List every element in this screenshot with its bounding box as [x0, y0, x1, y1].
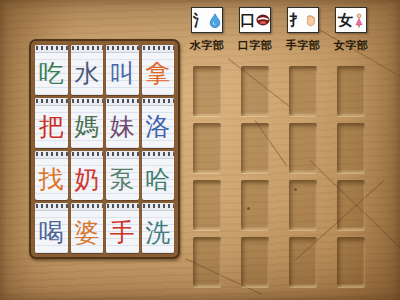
category-slot[interactable] [241, 237, 269, 287]
character-card[interactable]: 吃 [35, 45, 68, 95]
category-slot[interactable] [193, 123, 221, 173]
category-slot[interactable] [193, 237, 221, 287]
character-card[interactable]: 哈 [142, 151, 175, 201]
spiral-binding-icon [71, 45, 104, 53]
category-woman: 女 女字部 [327, 7, 375, 287]
card-character: 水 [74, 61, 99, 86]
spiral-binding-icon [71, 203, 104, 211]
radical-char: 氵 [193, 13, 208, 28]
category-image-woman: 女 [335, 7, 367, 33]
category-slots [193, 66, 221, 287]
card-character: 找 [39, 167, 64, 192]
category-water: 氵 水字部 [183, 7, 231, 287]
category-slot[interactable] [337, 237, 365, 287]
game-stage: 吃 水 叫 拿 把 媽 妹 洛 找 奶 泵 哈 喝 婆 手 洗 氵 水字部 [0, 0, 400, 300]
category-label: 女字部 [334, 38, 369, 53]
character-card[interactable]: 泵 [106, 151, 139, 201]
category-slots [289, 66, 317, 287]
category-image-water: 氵 [191, 7, 223, 33]
character-card[interactable]: 奶 [71, 151, 104, 201]
spiral-binding-icon [106, 203, 139, 211]
character-card[interactable]: 拿 [142, 45, 175, 95]
category-slot[interactable] [337, 66, 365, 116]
character-card[interactable]: 把 [35, 98, 68, 148]
category-slots [241, 66, 269, 287]
spiral-binding-icon [35, 98, 68, 106]
character-card[interactable]: 洗 [142, 203, 175, 253]
hand-palm-icon [305, 13, 317, 28]
character-card[interactable]: 找 [35, 151, 68, 201]
spiral-binding-icon [71, 98, 104, 106]
category-slot[interactable] [337, 123, 365, 173]
character-card[interactable]: 喝 [35, 203, 68, 253]
radical-char: 女 [338, 13, 353, 28]
spiral-binding-icon [142, 45, 175, 53]
card-character: 拿 [145, 61, 170, 86]
category-mouth: 口 口字部 [231, 7, 279, 287]
open-mouth-icon [256, 14, 270, 26]
spiral-binding-icon [106, 98, 139, 106]
category-slot[interactable] [241, 123, 269, 173]
spiral-binding-icon [106, 45, 139, 53]
category-slot[interactable] [289, 123, 317, 173]
category-label: 水字部 [190, 38, 225, 53]
spiral-binding-icon [142, 203, 175, 211]
radical-char: 口 [240, 13, 255, 28]
card-character: 媽 [74, 114, 99, 139]
character-card[interactable]: 媽 [71, 98, 104, 148]
spiral-binding-icon [142, 151, 175, 159]
category-image-hand: 扌 [287, 7, 319, 33]
character-card[interactable]: 洛 [142, 98, 175, 148]
category-slot[interactable] [241, 66, 269, 116]
card-character: 把 [39, 114, 64, 139]
category-slot[interactable] [193, 180, 221, 230]
category-slots [337, 66, 365, 287]
card-character: 吃 [39, 61, 64, 86]
card-character: 哈 [145, 167, 170, 192]
category-label: 口字部 [238, 38, 273, 53]
category-slot[interactable] [289, 180, 317, 230]
card-character: 婆 [74, 220, 99, 245]
spiral-binding-icon [71, 151, 104, 159]
character-card[interactable]: 妹 [106, 98, 139, 148]
category-slot[interactable] [193, 66, 221, 116]
card-character: 叫 [110, 61, 135, 86]
character-card[interactable]: 手 [106, 203, 139, 253]
spiral-binding-icon [35, 203, 68, 211]
spiral-binding-icon [142, 98, 175, 106]
character-card[interactable]: 婆 [71, 203, 104, 253]
spiral-binding-icon [35, 45, 68, 53]
character-card[interactable]: 叫 [106, 45, 139, 95]
category-slot[interactable] [289, 66, 317, 116]
card-character: 泵 [110, 167, 135, 192]
card-tray: 吃 水 叫 拿 把 媽 妹 洛 找 奶 泵 哈 喝 婆 手 洗 [29, 39, 180, 259]
card-character: 喝 [39, 220, 64, 245]
category-slot[interactable] [241, 180, 269, 230]
card-character: 洛 [145, 114, 170, 139]
spiral-binding-icon [106, 151, 139, 159]
card-character: 妹 [110, 114, 135, 139]
card-character: 奶 [74, 167, 99, 192]
radical-char: 扌 [289, 13, 304, 28]
category-slot[interactable] [289, 237, 317, 287]
card-character: 手 [110, 220, 135, 245]
character-card[interactable]: 水 [71, 45, 104, 95]
card-character: 洗 [145, 220, 170, 245]
category-area: 氵 水字部 口 [183, 7, 375, 287]
category-hand: 扌 手字部 [279, 7, 327, 287]
water-splash-icon [209, 13, 221, 28]
category-slot[interactable] [337, 180, 365, 230]
category-label: 手字部 [286, 38, 321, 53]
spiral-binding-icon [35, 151, 68, 159]
category-image-mouth: 口 [239, 7, 271, 33]
girl-figure-icon [354, 13, 364, 28]
